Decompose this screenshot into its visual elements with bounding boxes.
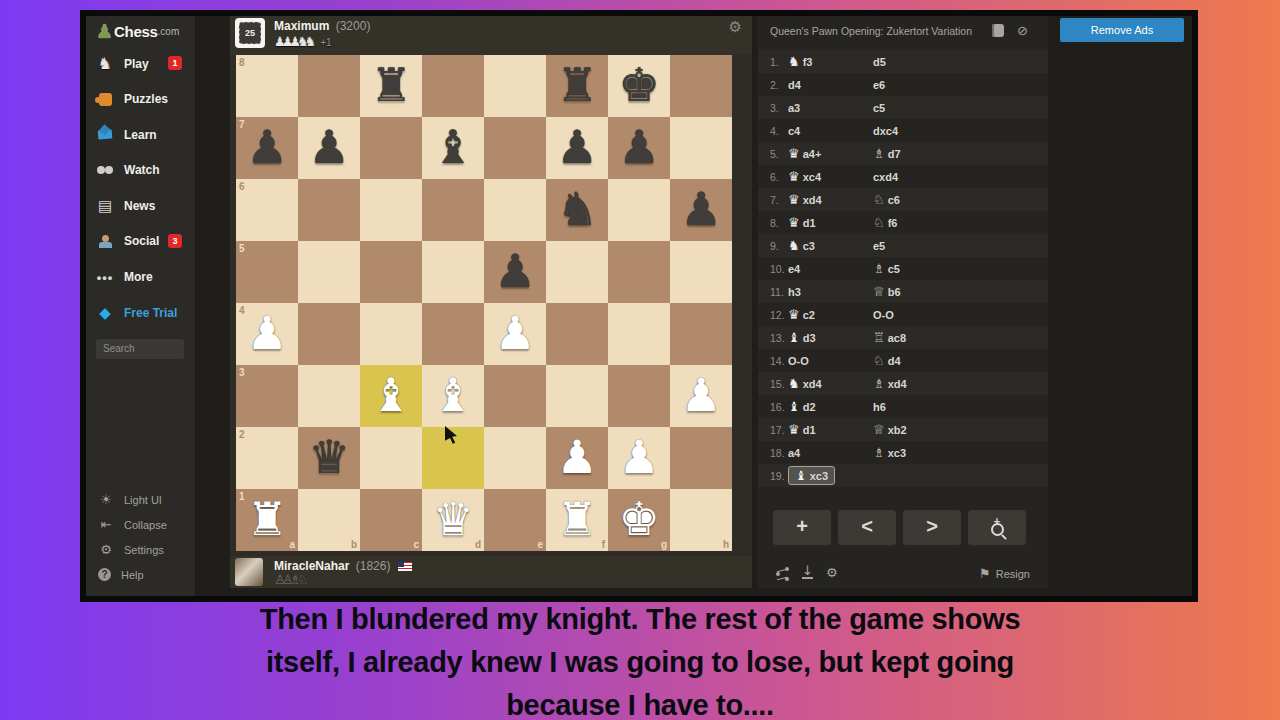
move-text: c3 (803, 240, 815, 252)
square-g8[interactable]: ♚ (608, 55, 670, 117)
move-row: 9.♞c3e5 (758, 234, 1048, 257)
move-text: xc3 (810, 470, 828, 482)
move-text: c5 (888, 263, 900, 275)
square-c2[interactable] (360, 427, 422, 489)
black-piece-e5[interactable]: ♟ (484, 241, 546, 303)
square-h2[interactable] (670, 427, 732, 489)
black-piece-b2[interactable]: ♛ (298, 427, 360, 489)
square-f3[interactable] (546, 365, 608, 427)
black-move[interactable]: cxd4 (873, 171, 958, 183)
move-row: 6.♛xc4cxd4 (758, 165, 1048, 188)
move-number: 13. (758, 332, 788, 344)
top-player-rating: (3200) (336, 19, 371, 33)
square-a3[interactable]: 3 (236, 365, 298, 427)
move-row: 19.♝xc3 (758, 464, 1048, 487)
move-number: 12. (758, 309, 788, 321)
move-text: f6 (888, 217, 898, 229)
black-move[interactable]: h6 (873, 401, 958, 413)
square-d6[interactable] (422, 179, 484, 241)
square-e8[interactable] (484, 55, 546, 117)
logo-text: Chess (114, 23, 158, 40)
resign-flag-icon: ⚑ (979, 566, 991, 581)
black-piece-a7[interactable]: ♟ (236, 117, 298, 179)
sidebar-item-label: News (124, 199, 155, 213)
square-b1[interactable]: b (298, 489, 360, 551)
sidebar-nav: ♞Play1PuzzlesLearnWatch▤NewsSocial3•••Mo… (86, 50, 196, 335)
square-b4[interactable] (298, 303, 360, 365)
black-move[interactable]: e5 (873, 240, 958, 252)
move-number: 2. (758, 79, 788, 91)
black-move[interactable]: ♘c6 (873, 192, 958, 207)
explorer-icon[interactable]: ⊘ (1017, 23, 1028, 38)
move-text: d1 (803, 424, 816, 436)
move-number: 1. (758, 56, 788, 68)
app-window-inner: ♟ Chess .com ♞Play1PuzzlesLearnWatch▤New… (86, 16, 1192, 596)
square-a4[interactable]: 4♟ (236, 303, 298, 365)
move-text: cxd4 (873, 171, 898, 183)
black-move[interactable]: e6 (873, 79, 958, 91)
opening-book-icon[interactable] (992, 24, 1004, 37)
move-text: a3 (788, 102, 800, 114)
white-move[interactable]: ♛d1 (788, 422, 873, 437)
file-label: b (351, 539, 357, 550)
move-text: d2 (803, 401, 816, 413)
move-number: 11. (758, 286, 788, 298)
people-icon (96, 232, 114, 250)
board-settings-gear-icon[interactable]: ⚙ (729, 18, 742, 36)
black-move[interactable]: ♕xb2 (873, 422, 958, 437)
square-g6[interactable] (608, 179, 670, 241)
white-move[interactable]: ♞c3 (788, 238, 873, 253)
black-piece-f7[interactable]: ♟ (546, 117, 608, 179)
black-move[interactable]: ♗c5 (873, 261, 958, 276)
panel-settings-gear-icon[interactable]: ⚙ (826, 565, 838, 580)
square-h6[interactable]: ♟ (670, 179, 732, 241)
move-text: f3 (803, 56, 813, 68)
binoculars-icon (96, 161, 114, 179)
square-f8[interactable]: ♜ (546, 55, 608, 117)
prev-move-button[interactable]: < (838, 510, 896, 545)
move-text: O-O (788, 355, 809, 367)
file-label: e (537, 539, 543, 550)
move-text: xc4 (803, 171, 821, 183)
sidebar-footer-label: Help (121, 569, 144, 581)
square-a2[interactable]: 2 (236, 427, 298, 489)
cpu-chip-icon: 25 (239, 22, 261, 44)
square-c8[interactable]: ♜ (360, 55, 422, 117)
move-text: a4+ (803, 148, 822, 160)
sidebar-footer: ☀Light UI⇤Collapse⚙Settings?Help (86, 487, 196, 587)
move-number: 5. (758, 148, 788, 160)
square-e7[interactable] (484, 117, 546, 179)
white-move[interactable]: ♞f3 (788, 54, 873, 69)
white-move[interactable]: ♛d1 (788, 215, 873, 230)
square-e1[interactable]: e (484, 489, 546, 551)
move-piece-icon: ♕ (873, 284, 885, 299)
move-row: 18.a4♗xc3 (758, 441, 1048, 464)
square-a5[interactable]: 5 (236, 241, 298, 303)
move-number: 7. (758, 194, 788, 206)
help-icon: ? (98, 568, 111, 581)
move-number: 14. (758, 355, 788, 367)
move-number: 18. (758, 447, 788, 459)
black-move[interactable]: c5 (873, 102, 958, 114)
white-move[interactable]: a3 (788, 102, 873, 114)
move-piece-icon: ♛ (788, 192, 800, 207)
white-move[interactable]: d4 (788, 79, 873, 91)
square-f6[interactable]: ♞ (546, 179, 608, 241)
remove-ads-button[interactable]: Remove Ads (1060, 18, 1184, 42)
rank-label: 3 (239, 367, 245, 378)
move-row: 12.♛c2O-O (758, 303, 1048, 326)
move-text: h6 (873, 401, 886, 413)
square-d7[interactable]: ♝ (422, 117, 484, 179)
move-text: d3 (803, 332, 816, 344)
collapse-icon: ⇤ (98, 517, 114, 532)
black-move[interactable]: ♗d7 (873, 146, 958, 161)
square-f7[interactable]: ♟ (546, 117, 608, 179)
square-d3[interactable]: ♝ (422, 365, 484, 427)
black-move[interactable]: O-O (873, 309, 958, 321)
sidebar-footer-settings[interactable]: ⚙Settings (98, 537, 196, 562)
black-piece-h6[interactable]: ♟ (670, 179, 732, 241)
top-captured-pieces: ♟♟♟♞♞+1 (274, 34, 332, 49)
square-h8[interactable] (670, 55, 732, 117)
square-h1[interactable]: h (670, 489, 732, 551)
bottom-captured-pieces: ♙♙♗♘ (274, 572, 305, 587)
move-nav-buttons: + < > (758, 510, 1048, 546)
move-number: 6. (758, 171, 788, 183)
move-text: c5 (873, 102, 885, 114)
sidebar-item-more[interactable]: •••More (96, 264, 196, 291)
move-text: d4 (888, 355, 901, 367)
square-f4[interactable] (546, 303, 608, 365)
material-score: +1 (320, 37, 331, 48)
move-number: 17. (758, 424, 788, 436)
move-row: 7.♛xd4♘c6 (758, 188, 1048, 211)
white-move-selected[interactable]: ♝xc3 (788, 466, 835, 485)
black-move[interactable]: ♗xd4 (873, 376, 958, 391)
white-move[interactable]: ♛xd4 (788, 192, 873, 207)
white-piece-e4[interactable]: ♟ (484, 303, 546, 365)
move-text: c4 (788, 125, 800, 137)
gear-icon: ⚙ (98, 542, 114, 557)
sidebar-item-label: More (124, 270, 153, 284)
add-move-button[interactable]: + (773, 510, 831, 545)
chesscom-logo[interactable]: ♟ Chess .com (96, 19, 179, 43)
magnifier-icon (991, 523, 1004, 536)
analysis-zoom-button[interactable] (968, 510, 1026, 545)
square-c7[interactable] (360, 117, 422, 179)
sidebar-item-label: Free Trial (124, 306, 177, 320)
sidebar-item-label: Puzzles (124, 92, 168, 106)
white-move[interactable]: ♛xc4 (788, 169, 873, 184)
black-move[interactable]: ♗xc3 (873, 445, 958, 460)
move-text: e5 (873, 240, 885, 252)
move-piece-icon: ♝ (795, 468, 807, 483)
move-text: dxc4 (873, 125, 898, 137)
move-text: c2 (803, 309, 815, 321)
sidebar-item-play[interactable]: ♞Play1 (96, 50, 196, 77)
sidebar-item-label: Watch (124, 163, 160, 177)
file-label: h (723, 539, 729, 550)
move-number: 19. (758, 470, 788, 482)
chess-board: 8♜♜♚7♟♟♝♟♟6♞♟5♟4♟♟3♝♝♟2♛♟♟1a♜bcd♛ef♜g♚h (236, 55, 732, 551)
white-move[interactable]: ♛a4+ (788, 146, 873, 161)
black-piece-g8[interactable]: ♚ (608, 55, 670, 117)
move-row: 13.♝d3♖ac8 (758, 326, 1048, 349)
sidebar-footer-label: Light UI (124, 494, 162, 506)
move-text: a4 (788, 447, 800, 459)
white-piece-h3[interactable]: ♟ (670, 365, 732, 427)
black-piece-d7[interactable]: ♝ (422, 117, 484, 179)
move-piece-icon: ♞ (788, 54, 800, 69)
move-text: xd4 (803, 194, 822, 206)
logo-pawn-icon: ♟ (96, 20, 113, 42)
search-input[interactable]: Search (96, 339, 184, 359)
share-icon[interactable] (776, 567, 789, 580)
move-text: xd4 (888, 378, 907, 390)
square-b6[interactable] (298, 179, 360, 241)
move-text: xb2 (888, 424, 907, 436)
move-text: b6 (888, 286, 901, 298)
square-d5[interactable] (422, 241, 484, 303)
move-text: ac8 (888, 332, 906, 344)
square-a6[interactable]: 6 (236, 179, 298, 241)
caption-text: Then I blundered my knight. The rest of … (0, 598, 1280, 720)
move-text: e4 (788, 263, 800, 275)
move-piece-icon: ♘ (873, 353, 885, 368)
square-h7[interactable] (670, 117, 732, 179)
bottom-player-rating: (1826) (356, 559, 391, 573)
square-f5[interactable] (546, 241, 608, 303)
move-piece-icon: ♗ (873, 376, 885, 391)
black-move[interactable]: d5 (873, 56, 958, 68)
white-move[interactable]: ♝d2 (788, 399, 873, 414)
move-piece-icon: ♞ (788, 376, 800, 391)
white-piece-f1[interactable]: ♜ (546, 489, 608, 551)
white-piece-d3[interactable]: ♝ (422, 365, 484, 427)
black-piece-g7[interactable]: ♟ (608, 117, 670, 179)
move-number: 16. (758, 401, 788, 413)
move-row: 4.c4dxc4 (758, 119, 1048, 142)
next-move-button[interactable]: > (903, 510, 961, 545)
knight-icon: ♞ (96, 55, 114, 73)
move-text: xc3 (888, 447, 906, 459)
square-d4[interactable] (422, 303, 484, 365)
move-row: 14.O-O♘d4 (758, 349, 1048, 372)
square-g7[interactable]: ♟ (608, 117, 670, 179)
move-list: 1.♞f3d52.d4e63.a3c54.c4dxc45.♛a4+♗d76.♛x… (758, 50, 1048, 487)
sidebar-item-label: Play (124, 57, 149, 71)
sidebar-item-watch[interactable]: Watch (96, 157, 196, 184)
black-piece-c8[interactable]: ♜ (360, 55, 422, 117)
square-h4[interactable] (670, 303, 732, 365)
top-player-bar: 25 Maximum (3200) ♟♟♟♞♞+1 ⚙ (230, 16, 752, 55)
bottom-player-name[interactable]: MiracleNahar (274, 559, 349, 573)
diamond-icon: ◆ (96, 304, 114, 322)
square-g2[interactable]: ♟ (608, 427, 670, 489)
sidebar-item-learn[interactable]: Learn (96, 121, 196, 148)
square-e6[interactable] (484, 179, 546, 241)
rank-label: 8 (239, 57, 245, 68)
move-piece-icon: ♛ (788, 146, 800, 161)
move-row: 2.d4e6 (758, 73, 1048, 96)
move-text: d5 (873, 56, 886, 68)
white-move[interactable]: h3 (788, 286, 873, 298)
sidebar: ♟ Chess .com ♞Play1PuzzlesLearnWatch▤New… (86, 16, 196, 596)
sidebar-item-label: Learn (124, 128, 157, 142)
grad-cap-icon (96, 126, 114, 144)
sidebar-footer-help[interactable]: ?Help (98, 562, 196, 587)
logo-com-text: .com (158, 26, 180, 37)
bot-avatar[interactable]: 25 (235, 18, 265, 48)
rank-label: 6 (239, 181, 245, 192)
square-c4[interactable] (360, 303, 422, 365)
square-c1[interactable]: c (360, 489, 422, 551)
resign-button[interactable]: ⚑Resign (979, 566, 1030, 581)
square-h3[interactable]: ♟ (670, 365, 732, 427)
caption-line-1: Then I blundered my knight. The rest of … (0, 598, 1280, 641)
square-g1[interactable]: g♚ (608, 489, 670, 551)
square-f2[interactable]: ♟ (546, 427, 608, 489)
notification-badge: 1 (168, 56, 182, 70)
square-b5[interactable] (298, 241, 360, 303)
move-text: c6 (888, 194, 900, 206)
square-e4[interactable]: ♟ (484, 303, 546, 365)
square-b2[interactable]: ♛ (298, 427, 360, 489)
white-piece-g1[interactable]: ♚ (608, 489, 670, 551)
move-piece-icon: ♝ (788, 399, 800, 414)
newspaper-icon: ▤ (96, 197, 114, 215)
resign-label: Resign (996, 568, 1030, 580)
move-piece-icon: ♕ (873, 422, 885, 437)
black-move[interactable]: dxc4 (873, 125, 958, 137)
move-text: h3 (788, 286, 801, 298)
move-row: 10.e4♗c5 (758, 257, 1048, 280)
move-text: e6 (873, 79, 885, 91)
sidebar-footer-collapse[interactable]: ⇤Collapse (98, 512, 196, 537)
sidebar-footer-label: Settings (124, 544, 164, 556)
board-area: 25 Maximum (3200) ♟♟♟♞♞+1 ⚙ 8♜♜♚7♟♟♝♟♟6♞… (230, 16, 752, 588)
caption-line-3: because I have to.... (0, 684, 1280, 720)
black-move[interactable]: ♘f6 (873, 215, 958, 230)
move-piece-icon: ♞ (788, 238, 800, 253)
move-text: d4 (788, 79, 801, 91)
square-e2[interactable] (484, 427, 546, 489)
black-move[interactable]: ♘d4 (873, 353, 958, 368)
move-piece-icon: ♛ (788, 215, 800, 230)
white-move[interactable]: O-O (788, 355, 873, 367)
us-flag-icon (398, 562, 412, 571)
square-a7[interactable]: 7♟ (236, 117, 298, 179)
sidebar-item-social[interactable]: Social3 (96, 228, 196, 255)
move-text: d1 (803, 217, 816, 229)
opening-name[interactable]: Queen's Pawn Opening: Zukertort Variatio… (770, 25, 972, 37)
white-move[interactable]: ♝d3 (788, 330, 873, 345)
move-number: 3. (758, 102, 788, 114)
move-number: 15. (758, 378, 788, 390)
white-piece-a1[interactable]: ♜ (236, 489, 298, 551)
square-e5[interactable]: ♟ (484, 241, 546, 303)
user-avatar[interactable] (235, 558, 263, 586)
white-move[interactable]: c4 (788, 125, 873, 137)
file-label: c (413, 539, 419, 550)
square-a8[interactable]: 8 (236, 55, 298, 117)
download-icon[interactable]: ↓ (802, 565, 813, 579)
square-h5[interactable] (670, 241, 732, 303)
white-move[interactable]: ♞xd4 (788, 376, 873, 391)
sidebar-item-label: Social (124, 234, 159, 248)
move-piece-icon: ♛ (788, 422, 800, 437)
square-c3[interactable]: ♝ (360, 365, 422, 427)
move-row: 5.♛a4+♗d7 (758, 142, 1048, 165)
move-piece-icon: ♗ (873, 261, 885, 276)
square-g3[interactable] (608, 365, 670, 427)
black-piece-f6[interactable]: ♞ (546, 179, 608, 241)
white-move[interactable]: a4 (788, 447, 873, 459)
sidebar-footer-label: Collapse (124, 519, 167, 531)
square-b7[interactable]: ♟ (298, 117, 360, 179)
move-panel: Queen's Pawn Opening: Zukertort Variatio… (758, 16, 1048, 588)
white-piece-d1[interactable]: ♛ (422, 489, 484, 551)
square-g4[interactable] (608, 303, 670, 365)
black-piece-f8[interactable]: ♜ (546, 55, 608, 117)
square-c6[interactable] (360, 179, 422, 241)
square-b3[interactable] (298, 365, 360, 427)
move-piece-icon: ♗ (873, 146, 885, 161)
square-a1[interactable]: 1a♜ (236, 489, 298, 551)
black-move[interactable]: ♖ac8 (873, 330, 958, 345)
square-g5[interactable] (608, 241, 670, 303)
sidebar-item-puzzles[interactable]: Puzzles (96, 86, 196, 113)
sidebar-item-free-trial[interactable]: ◆Free Trial (96, 299, 196, 326)
rank-label: 2 (239, 429, 245, 440)
white-piece-a4[interactable]: ♟ (236, 303, 298, 365)
notification-badge: 3 (168, 234, 182, 248)
move-text: d7 (888, 148, 901, 160)
white-piece-f2[interactable]: ♟ (546, 427, 608, 489)
top-player-name[interactable]: Maximum (274, 19, 329, 33)
white-piece-c3[interactable]: ♝ (360, 365, 422, 427)
move-row: 15.♞xd4♗xd4 (758, 372, 1048, 395)
white-piece-g2[interactable]: ♟ (608, 427, 670, 489)
square-e3[interactable] (484, 365, 546, 427)
square-c5[interactable] (360, 241, 422, 303)
sidebar-item-news[interactable]: ▤News (96, 192, 196, 219)
move-piece-icon: ♝ (788, 330, 800, 345)
move-piece-icon: ♘ (873, 215, 885, 230)
sidebar-footer-light-ui[interactable]: ☀Light UI (98, 487, 196, 512)
puzzle-icon (96, 90, 114, 108)
move-number: 8. (758, 217, 788, 229)
move-number: 10. (758, 263, 788, 275)
bottom-player-bar: MiracleNahar (1826) ♙♙♗♘ (230, 556, 752, 588)
move-piece-icon: ♗ (873, 445, 885, 460)
move-row: 17.♛d1♕xb2 (758, 418, 1048, 441)
white-move[interactable]: ♛c2 (788, 307, 873, 322)
square-d1[interactable]: d♛ (422, 489, 484, 551)
square-d8[interactable] (422, 55, 484, 117)
square-b8[interactable] (298, 55, 360, 117)
move-piece-icon: ♖ (873, 330, 885, 345)
black-move[interactable]: ♕b6 (873, 284, 958, 299)
white-move[interactable]: e4 (788, 263, 873, 275)
move-row: 16.♝d2h6 (758, 395, 1048, 418)
move-piece-icon: ♘ (873, 192, 885, 207)
square-f1[interactable]: f♜ (546, 489, 608, 551)
black-piece-b7[interactable]: ♟ (298, 117, 360, 179)
